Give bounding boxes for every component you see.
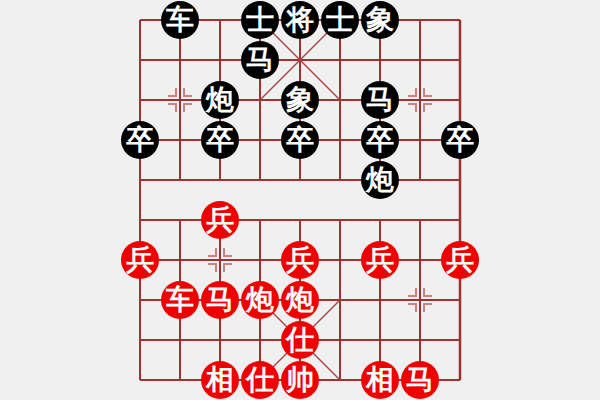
piece-red-horse[interactable]: 马: [201, 281, 239, 319]
piece-red-advisor[interactable]: 仕: [241, 361, 279, 399]
piece-black-advisor[interactable]: 士: [321, 1, 359, 39]
piece-red-advisor[interactable]: 仕: [281, 321, 319, 359]
xiangqi-app: 车士将士象马炮象马卒卒卒卒卒炮兵兵兵兵兵车马炮炮仕相仕帅相马: [0, 0, 600, 400]
piece-black-general[interactable]: 将: [281, 1, 319, 39]
piece-black-advisor[interactable]: 士: [241, 1, 279, 39]
piece-red-cannon[interactable]: 炮: [281, 281, 319, 319]
piece-black-soldier[interactable]: 卒: [441, 121, 479, 159]
piece-black-chariot[interactable]: 车: [161, 1, 199, 39]
piece-red-soldier[interactable]: 兵: [281, 241, 319, 279]
piece-black-horse[interactable]: 马: [241, 41, 279, 79]
piece-black-horse[interactable]: 马: [361, 81, 399, 119]
piece-black-elephant[interactable]: 象: [281, 81, 319, 119]
piece-black-cannon[interactable]: 炮: [201, 81, 239, 119]
piece-red-horse[interactable]: 马: [401, 361, 439, 399]
piece-red-cannon[interactable]: 炮: [241, 281, 279, 319]
piece-red-chariot[interactable]: 车: [161, 281, 199, 319]
piece-red-elephant[interactable]: 相: [361, 361, 399, 399]
piece-red-soldier[interactable]: 兵: [361, 241, 399, 279]
piece-red-general[interactable]: 帅: [281, 361, 319, 399]
xiangqi-board: 车士将士象马炮象马卒卒卒卒卒炮兵兵兵兵兵车马炮炮仕相仕帅相马: [120, 0, 480, 400]
piece-black-soldier[interactable]: 卒: [201, 121, 239, 159]
piece-black-cannon[interactable]: 炮: [361, 161, 399, 199]
piece-black-elephant[interactable]: 象: [361, 1, 399, 39]
piece-black-soldier[interactable]: 卒: [281, 121, 319, 159]
piece-red-soldier[interactable]: 兵: [201, 201, 239, 239]
piece-black-soldier[interactable]: 卒: [361, 121, 399, 159]
piece-red-elephant[interactable]: 相: [201, 361, 239, 399]
piece-red-soldier[interactable]: 兵: [121, 241, 159, 279]
piece-black-soldier[interactable]: 卒: [121, 121, 159, 159]
piece-red-soldier[interactable]: 兵: [441, 241, 479, 279]
